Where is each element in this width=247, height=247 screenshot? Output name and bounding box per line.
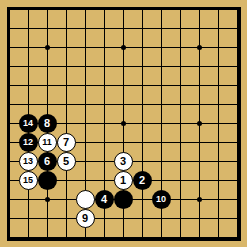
stone-black[interactable] (38, 171, 57, 190)
stone-black-2[interactable]: 2 (133, 171, 152, 190)
stone-number: 12 (23, 138, 33, 147)
go-board-diagram: 148121171365153124109 (0, 0, 247, 247)
stone-number: 6 (44, 156, 50, 167)
stone-number: 7 (63, 137, 69, 148)
stones-layer[interactable]: 148121171365153124109 (0, 0, 247, 247)
stone-white-15[interactable]: 15 (19, 171, 38, 190)
stone-number: 13 (23, 157, 33, 166)
stone-black[interactable] (114, 190, 133, 209)
stone-black-6[interactable]: 6 (38, 152, 57, 171)
stone-white-13[interactable]: 13 (19, 152, 38, 171)
stone-number: 14 (23, 119, 33, 128)
stone-number: 5 (63, 156, 69, 167)
stone-number: 10 (156, 195, 166, 204)
stone-number: 4 (101, 194, 107, 205)
stone-number: 11 (42, 138, 52, 147)
stone-black-12[interactable]: 12 (19, 133, 38, 152)
stone-black-10[interactable]: 10 (152, 190, 171, 209)
stone-white-7[interactable]: 7 (57, 133, 76, 152)
stone-white-3[interactable]: 3 (114, 152, 133, 171)
stone-white-9[interactable]: 9 (76, 209, 95, 228)
stone-white-11[interactable]: 11 (38, 133, 57, 152)
stone-white-1[interactable]: 1 (114, 171, 133, 190)
stone-black-8[interactable]: 8 (38, 114, 57, 133)
stone-white-5[interactable]: 5 (57, 152, 76, 171)
stone-black-4[interactable]: 4 (95, 190, 114, 209)
stone-number: 2 (139, 175, 145, 186)
stone-white[interactable] (76, 190, 95, 209)
stone-number: 8 (44, 118, 50, 129)
stone-black-14[interactable]: 14 (19, 114, 38, 133)
stone-number: 15 (23, 176, 33, 185)
stone-number: 9 (82, 213, 88, 224)
stone-number: 3 (120, 156, 126, 167)
stone-number: 1 (120, 175, 126, 186)
